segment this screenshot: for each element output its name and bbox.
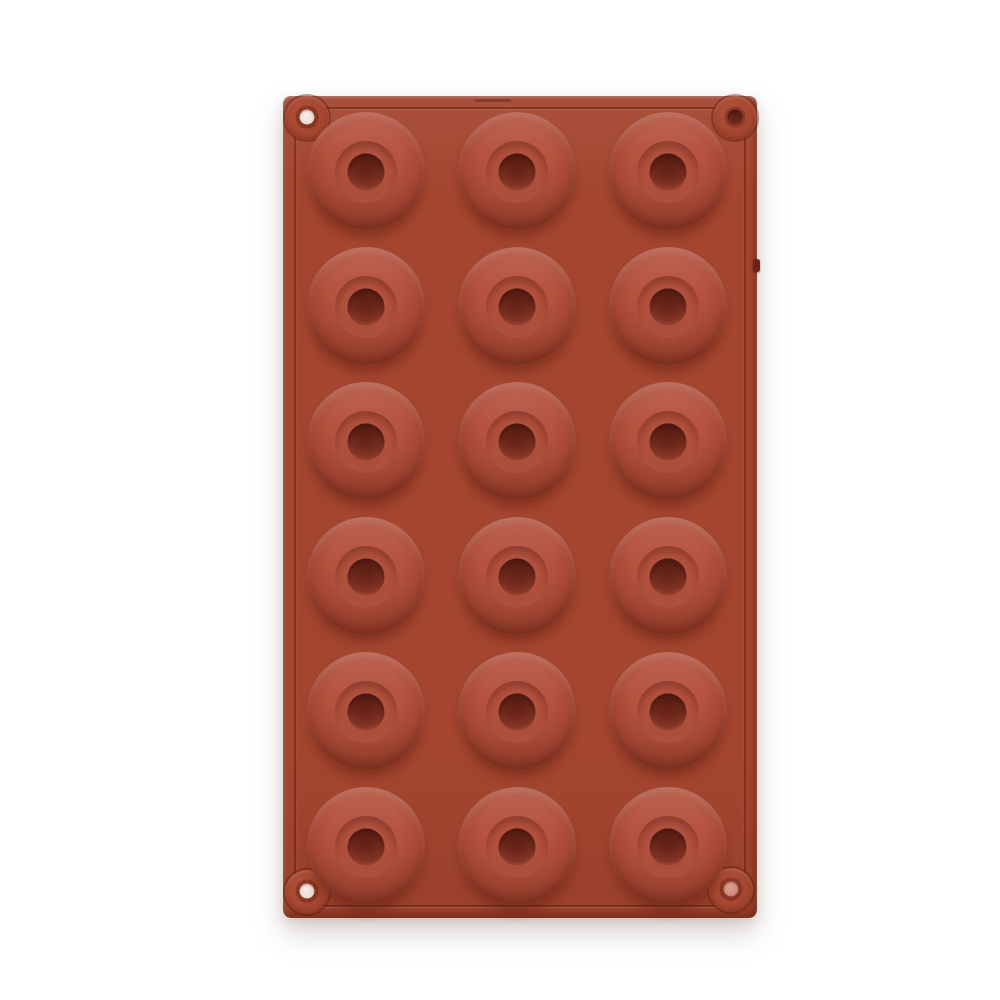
donut-cavity [458,112,576,230]
cavity-grid [307,112,727,905]
edge-nub [753,259,760,272]
donut-cavity [307,112,425,230]
donut-cavity [307,652,425,770]
donut-cavity [307,787,425,905]
donut-cavity [458,382,576,500]
silicone-donut-mold [283,96,757,918]
mold-seam-mark [475,99,511,102]
donut-cavity [458,652,576,770]
donut-cavity [609,652,727,770]
donut-cavity [307,517,425,635]
donut-cavity [609,247,727,365]
donut-cavity [609,517,727,635]
donut-cavity [307,247,425,365]
donut-cavity [609,787,727,905]
donut-cavity [609,382,727,500]
donut-cavity [458,787,576,905]
donut-cavity [609,112,727,230]
donut-cavity [307,382,425,500]
product-photo [0,0,1000,1000]
donut-cavity [458,517,576,635]
donut-cavity [458,247,576,365]
